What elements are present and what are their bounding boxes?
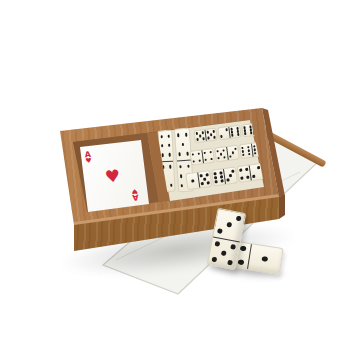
domino-tile — [211, 166, 238, 186]
domino-half — [201, 149, 214, 163]
playing-card-ace-of-hearts: A♥ ♥ A♥ — [79, 140, 149, 212]
domino-tray — [0, 0, 350, 350]
wooden-box: A♥ ♥ A♥ — [0, 0, 350, 350]
product-photo-domino-box: A♥ ♥ A♥ — [0, 0, 350, 350]
domino-tile — [185, 170, 212, 190]
domino-half — [205, 129, 217, 141]
card-corner-index-bottom-right: A♥ — [131, 188, 139, 202]
domino-row-front — [185, 163, 264, 191]
heart-icon: ♥ — [131, 188, 138, 195]
domino-tile — [193, 128, 217, 144]
domino-tile — [189, 148, 215, 166]
heart-icon: ♥ — [85, 158, 92, 165]
domino-half — [208, 236, 240, 269]
heart-icon: ♥ — [104, 165, 122, 187]
domino-half — [247, 244, 283, 274]
domino-tile — [217, 125, 241, 141]
domino-half — [249, 164, 263, 181]
domino-row-middle — [189, 141, 264, 166]
domino-tile — [237, 163, 264, 183]
card-corner-index-top-left: A♥ — [84, 151, 92, 165]
domino-half — [226, 146, 239, 160]
domino-half — [197, 171, 211, 188]
domino-half — [223, 167, 237, 184]
domino-tile — [214, 144, 240, 162]
domino-half — [228, 126, 240, 138]
domino-half — [175, 129, 191, 160]
